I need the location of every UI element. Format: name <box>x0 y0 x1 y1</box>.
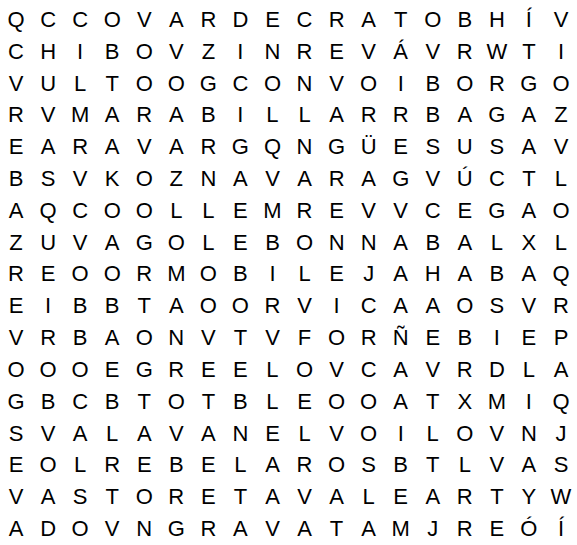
grid-cell[interactable]: L <box>353 481 385 513</box>
grid-cell[interactable]: A <box>545 354 577 386</box>
grid-cell[interactable]: O <box>449 418 481 450</box>
grid-cell[interactable]: V <box>32 99 64 131</box>
grid-cell[interactable]: V <box>160 418 192 450</box>
grid-cell[interactable]: L <box>256 386 288 418</box>
grid-cell[interactable]: V <box>321 68 353 100</box>
grid-cell[interactable]: J <box>417 513 449 545</box>
grid-cell[interactable]: W <box>481 36 513 68</box>
grid-cell[interactable]: A <box>160 4 192 36</box>
grid-cell[interactable]: V <box>481 418 513 450</box>
grid-cell[interactable]: D <box>224 4 256 36</box>
grid-cell[interactable]: S <box>481 290 513 322</box>
grid-cell[interactable]: B <box>417 99 449 131</box>
grid-cell[interactable]: L <box>289 259 321 291</box>
grid-cell[interactable]: T <box>96 68 128 100</box>
grid-cell[interactable]: C <box>353 290 385 322</box>
grid-cell[interactable]: E <box>385 481 417 513</box>
grid-cell[interactable]: Ü <box>353 131 385 163</box>
grid-cell[interactable]: V <box>321 354 353 386</box>
grid-cell[interactable]: K <box>96 163 128 195</box>
grid-cell[interactable]: Q <box>32 195 64 227</box>
grid-cell[interactable]: E <box>321 195 353 227</box>
grid-cell[interactable]: I <box>32 290 64 322</box>
grid-cell[interactable]: E <box>224 354 256 386</box>
grid-cell[interactable]: G <box>128 227 160 259</box>
grid-cell[interactable]: D <box>32 513 64 545</box>
grid-cell[interactable]: E <box>128 450 160 482</box>
grid-cell[interactable]: A <box>32 131 64 163</box>
grid-cell[interactable]: F <box>289 322 321 354</box>
grid-cell[interactable]: R <box>289 36 321 68</box>
grid-cell[interactable]: E <box>224 195 256 227</box>
grid-cell[interactable]: Q <box>0 4 32 36</box>
grid-cell[interactable]: O <box>417 4 449 36</box>
grid-cell[interactable]: A <box>256 481 288 513</box>
grid-cell[interactable]: L <box>192 195 224 227</box>
grid-cell[interactable]: B <box>256 227 288 259</box>
grid-cell[interactable]: L <box>417 418 449 450</box>
grid-cell[interactable]: H <box>417 259 449 291</box>
grid-cell[interactable]: U <box>32 68 64 100</box>
grid-cell[interactable]: B <box>449 4 481 36</box>
grid-cell[interactable]: V <box>321 418 353 450</box>
grid-cell[interactable]: R <box>289 195 321 227</box>
grid-cell[interactable]: B <box>0 163 32 195</box>
grid-cell[interactable]: O <box>353 386 385 418</box>
grid-cell[interactable]: A <box>0 195 32 227</box>
grid-cell[interactable]: S <box>481 131 513 163</box>
grid-cell[interactable]: O <box>64 259 96 291</box>
grid-cell[interactable]: R <box>545 290 577 322</box>
grid-cell[interactable]: A <box>417 481 449 513</box>
grid-cell[interactable]: S <box>0 418 32 450</box>
grid-cell[interactable]: O <box>96 259 128 291</box>
grid-cell[interactable]: V <box>289 481 321 513</box>
grid-cell[interactable]: G <box>0 386 32 418</box>
grid-cell[interactable]: N <box>353 227 385 259</box>
grid-cell[interactable]: U <box>32 227 64 259</box>
grid-cell[interactable]: Ó <box>513 513 545 545</box>
grid-cell[interactable]: A <box>321 99 353 131</box>
grid-cell[interactable]: Z <box>0 227 32 259</box>
grid-cell[interactable]: A <box>32 481 64 513</box>
grid-cell[interactable]: H <box>32 36 64 68</box>
grid-cell[interactable]: A <box>321 481 353 513</box>
grid-cell[interactable]: R <box>128 99 160 131</box>
grid-cell[interactable]: O <box>64 513 96 545</box>
grid-cell[interactable]: O <box>128 163 160 195</box>
grid-cell[interactable]: R <box>160 481 192 513</box>
grid-cell[interactable]: G <box>513 68 545 100</box>
grid-cell[interactable]: Q <box>545 259 577 291</box>
grid-cell[interactable]: I <box>385 418 417 450</box>
grid-cell[interactable]: U <box>449 131 481 163</box>
grid-cell[interactable]: A <box>160 131 192 163</box>
grid-cell[interactable]: L <box>160 195 192 227</box>
grid-cell[interactable]: R <box>256 290 288 322</box>
grid-cell[interactable]: B <box>192 99 224 131</box>
grid-cell[interactable]: I <box>545 36 577 68</box>
grid-cell[interactable]: O <box>96 4 128 36</box>
grid-cell[interactable]: E <box>32 259 64 291</box>
grid-cell[interactable]: W <box>545 481 577 513</box>
grid-cell[interactable]: L <box>289 418 321 450</box>
grid-cell[interactable]: C <box>481 163 513 195</box>
grid-cell[interactable]: A <box>513 450 545 482</box>
grid-cell[interactable]: B <box>160 450 192 482</box>
grid-cell[interactable]: P <box>545 322 577 354</box>
grid-cell[interactable]: N <box>128 513 160 545</box>
grid-cell[interactable]: R <box>353 99 385 131</box>
grid-cell[interactable]: A <box>128 418 160 450</box>
grid-cell[interactable]: A <box>353 513 385 545</box>
grid-cell[interactable]: V <box>160 36 192 68</box>
grid-cell[interactable]: B <box>417 68 449 100</box>
grid-cell[interactable]: V <box>353 36 385 68</box>
grid-cell[interactable]: N <box>160 322 192 354</box>
grid-cell[interactable]: O <box>0 354 32 386</box>
grid-cell[interactable]: M <box>64 99 96 131</box>
grid-cell[interactable]: Ñ <box>385 322 417 354</box>
grid-cell[interactable]: T <box>417 386 449 418</box>
grid-cell[interactable]: A <box>160 290 192 322</box>
grid-cell[interactable]: V <box>0 322 32 354</box>
grid-cell[interactable]: C <box>0 36 32 68</box>
grid-cell[interactable]: O <box>160 68 192 100</box>
grid-cell[interactable]: G <box>481 99 513 131</box>
grid-cell[interactable]: N <box>289 131 321 163</box>
grid-cell[interactable]: V <box>256 163 288 195</box>
grid-cell[interactable]: A <box>224 163 256 195</box>
grid-cell[interactable]: L <box>224 450 256 482</box>
grid-cell[interactable]: N <box>256 36 288 68</box>
grid-cell[interactable]: A <box>513 195 545 227</box>
grid-cell[interactable]: R <box>160 354 192 386</box>
grid-cell[interactable]: A <box>0 513 32 545</box>
grid-cell[interactable]: E <box>96 354 128 386</box>
grid-cell[interactable]: O <box>128 481 160 513</box>
grid-cell[interactable]: A <box>353 4 385 36</box>
grid-cell[interactable]: E <box>0 450 32 482</box>
grid-cell[interactable]: B <box>64 290 96 322</box>
grid-cell[interactable]: C <box>417 195 449 227</box>
grid-cell[interactable]: O <box>545 195 577 227</box>
grid-cell[interactable]: M <box>160 259 192 291</box>
grid-cell[interactable]: E <box>449 195 481 227</box>
grid-cell[interactable]: J <box>353 259 385 291</box>
grid-cell[interactable]: Z <box>192 36 224 68</box>
grid-cell[interactable]: V <box>513 290 545 322</box>
grid-cell[interactable]: V <box>64 227 96 259</box>
grid-cell[interactable]: T <box>513 163 545 195</box>
grid-cell[interactable]: V <box>545 131 577 163</box>
grid-cell[interactable]: I <box>256 259 288 291</box>
grid-cell[interactable]: V <box>0 481 32 513</box>
grid-cell[interactable]: E <box>224 227 256 259</box>
grid-cell[interactable]: O <box>160 227 192 259</box>
grid-cell[interactable]: X <box>449 386 481 418</box>
grid-cell[interactable]: Q <box>256 131 288 163</box>
grid-cell[interactable]: I <box>385 68 417 100</box>
grid-cell[interactable]: L <box>289 99 321 131</box>
grid-cell[interactable]: R <box>289 450 321 482</box>
grid-cell[interactable]: A <box>192 418 224 450</box>
grid-cell[interactable]: A <box>449 227 481 259</box>
grid-cell[interactable]: G <box>160 513 192 545</box>
grid-cell[interactable]: O <box>321 386 353 418</box>
grid-cell[interactable]: E <box>289 386 321 418</box>
grid-cell[interactable]: A <box>224 513 256 545</box>
grid-cell[interactable]: L <box>64 68 96 100</box>
grid-cell[interactable]: A <box>385 227 417 259</box>
grid-cell[interactable]: A <box>417 290 449 322</box>
grid-cell[interactable]: M <box>256 195 288 227</box>
grid-cell[interactable]: S <box>32 163 64 195</box>
grid-cell[interactable]: E <box>321 36 353 68</box>
grid-cell[interactable]: O <box>192 290 224 322</box>
grid-cell[interactable]: V <box>128 131 160 163</box>
grid-cell[interactable]: O <box>256 68 288 100</box>
grid-cell[interactable]: R <box>449 513 481 545</box>
grid-cell[interactable]: B <box>449 322 481 354</box>
grid-cell[interactable]: I <box>224 36 256 68</box>
grid-cell[interactable]: O <box>353 418 385 450</box>
grid-cell[interactable]: V <box>353 195 385 227</box>
grid-cell[interactable]: V <box>0 68 32 100</box>
grid-cell[interactable]: I <box>64 36 96 68</box>
grid-cell[interactable]: N <box>321 227 353 259</box>
grid-cell[interactable]: O <box>545 68 577 100</box>
grid-cell[interactable]: O <box>289 227 321 259</box>
grid-cell[interactable]: R <box>353 322 385 354</box>
grid-cell[interactable]: A <box>64 418 96 450</box>
grid-cell[interactable]: R <box>0 99 32 131</box>
grid-cell[interactable]: T <box>385 4 417 36</box>
grid-cell[interactable]: I <box>321 290 353 322</box>
grid-cell[interactable]: O <box>289 354 321 386</box>
grid-cell[interactable]: E <box>481 513 513 545</box>
grid-cell[interactable]: L <box>545 163 577 195</box>
grid-cell[interactable]: A <box>449 259 481 291</box>
grid-cell[interactable]: B <box>224 386 256 418</box>
grid-cell[interactable]: B <box>481 259 513 291</box>
grid-cell[interactable]: A <box>96 131 128 163</box>
grid-cell[interactable]: Ú <box>449 163 481 195</box>
grid-cell[interactable]: A <box>385 354 417 386</box>
grid-cell[interactable]: L <box>256 354 288 386</box>
grid-cell[interactable]: N <box>289 68 321 100</box>
grid-cell[interactable]: O <box>128 68 160 100</box>
grid-cell[interactable]: L <box>545 227 577 259</box>
grid-cell[interactable]: A <box>96 227 128 259</box>
grid-cell[interactable]: T <box>128 386 160 418</box>
grid-cell[interactable]: V <box>385 195 417 227</box>
grid-cell[interactable]: A <box>449 99 481 131</box>
grid-cell[interactable]: Y <box>513 481 545 513</box>
grid-cell[interactable]: R <box>64 131 96 163</box>
grid-cell[interactable]: A <box>513 131 545 163</box>
grid-cell[interactable]: R <box>385 99 417 131</box>
grid-cell[interactable]: R <box>96 450 128 482</box>
grid-cell[interactable]: A <box>385 290 417 322</box>
grid-cell[interactable]: C <box>64 195 96 227</box>
grid-cell[interactable]: V <box>545 4 577 36</box>
grid-cell[interactable]: C <box>224 68 256 100</box>
grid-cell[interactable]: O <box>128 36 160 68</box>
grid-cell[interactable]: V <box>417 36 449 68</box>
grid-cell[interactable]: N <box>513 418 545 450</box>
grid-cell[interactable]: L <box>481 227 513 259</box>
grid-cell[interactable]: Z <box>545 99 577 131</box>
grid-cell[interactable]: L <box>64 450 96 482</box>
grid-cell[interactable]: O <box>160 386 192 418</box>
grid-cell[interactable]: G <box>192 68 224 100</box>
grid-cell[interactable]: E <box>256 4 288 36</box>
grid-cell[interactable]: M <box>385 513 417 545</box>
grid-cell[interactable]: E <box>321 259 353 291</box>
grid-cell[interactable]: L <box>449 450 481 482</box>
grid-cell[interactable]: X <box>513 227 545 259</box>
grid-cell[interactable]: S <box>353 450 385 482</box>
grid-cell[interactable]: V <box>192 322 224 354</box>
grid-cell[interactable]: E <box>256 418 288 450</box>
grid-cell[interactable]: Z <box>160 163 192 195</box>
grid-cell[interactable]: B <box>385 450 417 482</box>
grid-cell[interactable]: I <box>481 322 513 354</box>
grid-cell[interactable]: I <box>224 99 256 131</box>
grid-cell[interactable]: V <box>417 163 449 195</box>
grid-cell[interactable]: S <box>417 131 449 163</box>
grid-cell[interactable]: V <box>32 418 64 450</box>
grid-cell[interactable]: O <box>128 195 160 227</box>
grid-cell[interactable]: C <box>353 354 385 386</box>
grid-cell[interactable]: L <box>256 99 288 131</box>
grid-cell[interactable]: Á <box>385 36 417 68</box>
grid-cell[interactable]: V <box>256 513 288 545</box>
grid-cell[interactable]: E <box>385 131 417 163</box>
grid-cell[interactable]: E <box>417 322 449 354</box>
grid-cell[interactable]: T <box>513 36 545 68</box>
grid-cell[interactable]: C <box>64 4 96 36</box>
grid-cell[interactable]: O <box>64 354 96 386</box>
grid-cell[interactable]: T <box>224 322 256 354</box>
grid-cell[interactable]: L <box>192 227 224 259</box>
grid-cell[interactable]: V <box>64 163 96 195</box>
grid-cell[interactable]: B <box>417 227 449 259</box>
grid-cell[interactable]: R <box>481 68 513 100</box>
grid-cell[interactable]: L <box>513 354 545 386</box>
grid-cell[interactable]: O <box>128 322 160 354</box>
grid-cell[interactable]: C <box>64 386 96 418</box>
grid-cell[interactable]: R <box>321 163 353 195</box>
grid-cell[interactable]: G <box>128 354 160 386</box>
grid-cell[interactable]: E <box>192 354 224 386</box>
grid-cell[interactable]: O <box>353 68 385 100</box>
grid-cell[interactable]: O <box>449 290 481 322</box>
grid-cell[interactable]: O <box>321 322 353 354</box>
grid-cell[interactable]: R <box>192 131 224 163</box>
grid-cell[interactable]: R <box>321 4 353 36</box>
grid-cell[interactable]: Í <box>513 4 545 36</box>
grid-cell[interactable]: E <box>192 481 224 513</box>
grid-cell[interactable]: J <box>545 418 577 450</box>
grid-cell[interactable]: G <box>481 195 513 227</box>
grid-cell[interactable]: B <box>96 386 128 418</box>
grid-cell[interactable]: R <box>449 354 481 386</box>
grid-cell[interactable]: R <box>449 36 481 68</box>
grid-cell[interactable]: R <box>192 513 224 545</box>
grid-cell[interactable]: L <box>96 418 128 450</box>
grid-cell[interactable]: R <box>32 322 64 354</box>
grid-cell[interactable]: O <box>96 195 128 227</box>
grid-cell[interactable]: H <box>481 4 513 36</box>
grid-cell[interactable]: T <box>192 386 224 418</box>
grid-cell[interactable]: R <box>192 4 224 36</box>
grid-cell[interactable]: A <box>385 386 417 418</box>
grid-cell[interactable]: A <box>96 322 128 354</box>
grid-cell[interactable]: S <box>545 450 577 482</box>
grid-cell[interactable]: V <box>96 513 128 545</box>
grid-cell[interactable]: A <box>513 259 545 291</box>
grid-cell[interactable]: E <box>0 290 32 322</box>
grid-cell[interactable]: B <box>64 322 96 354</box>
grid-cell[interactable]: I <box>513 386 545 418</box>
grid-cell[interactable]: E <box>0 131 32 163</box>
grid-cell[interactable]: T <box>481 481 513 513</box>
grid-cell[interactable]: A <box>513 99 545 131</box>
grid-cell[interactable]: O <box>321 450 353 482</box>
grid-cell[interactable]: G <box>385 163 417 195</box>
grid-cell[interactable]: M <box>481 386 513 418</box>
grid-cell[interactable]: V <box>417 354 449 386</box>
grid-cell[interactable]: A <box>256 450 288 482</box>
grid-cell[interactable]: R <box>128 259 160 291</box>
grid-cell[interactable]: Q <box>545 386 577 418</box>
grid-cell[interactable]: T <box>96 481 128 513</box>
grid-cell[interactable]: O <box>192 259 224 291</box>
grid-cell[interactable]: O <box>224 290 256 322</box>
grid-cell[interactable]: A <box>289 163 321 195</box>
grid-cell[interactable]: G <box>321 131 353 163</box>
grid-cell[interactable]: O <box>449 68 481 100</box>
grid-cell[interactable]: T <box>417 450 449 482</box>
grid-cell[interactable]: D <box>481 354 513 386</box>
grid-cell[interactable]: T <box>321 513 353 545</box>
grid-cell[interactable]: A <box>385 259 417 291</box>
grid-cell[interactable]: T <box>224 481 256 513</box>
grid-cell[interactable]: V <box>289 290 321 322</box>
grid-cell[interactable]: V <box>256 322 288 354</box>
grid-cell[interactable]: E <box>513 322 545 354</box>
grid-cell[interactable]: N <box>224 418 256 450</box>
grid-cell[interactable]: V <box>481 450 513 482</box>
grid-cell[interactable]: O <box>32 354 64 386</box>
grid-cell[interactable]: S <box>64 481 96 513</box>
grid-cell[interactable]: N <box>192 163 224 195</box>
grid-cell[interactable]: Í <box>545 513 577 545</box>
grid-cell[interactable]: B <box>96 290 128 322</box>
grid-cell[interactable]: A <box>96 99 128 131</box>
grid-cell[interactable]: R <box>449 481 481 513</box>
grid-cell[interactable]: A <box>353 163 385 195</box>
grid-cell[interactable]: C <box>289 4 321 36</box>
grid-cell[interactable]: B <box>32 386 64 418</box>
grid-cell[interactable]: B <box>224 259 256 291</box>
grid-cell[interactable]: B <box>96 36 128 68</box>
grid-cell[interactable]: A <box>289 513 321 545</box>
grid-cell[interactable]: T <box>128 290 160 322</box>
grid-cell[interactable]: O <box>32 450 64 482</box>
